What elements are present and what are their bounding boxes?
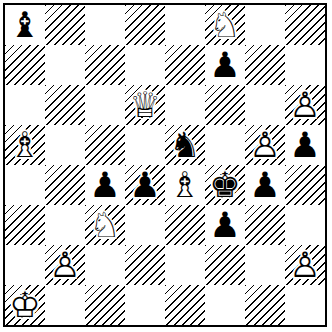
piece-black-pawn-h5: ♟♟	[285, 125, 325, 165]
square-d7[interactable]	[125, 45, 165, 85]
square-a8[interactable]: ♝♝	[5, 5, 45, 45]
square-f5[interactable]	[205, 125, 245, 165]
square-h8[interactable]	[285, 5, 325, 45]
square-a1[interactable]: ♚♔	[5, 285, 45, 325]
square-e3[interactable]	[165, 205, 205, 245]
piece-white-knight-c3: ♞♘	[85, 205, 125, 245]
square-f2[interactable]	[205, 245, 245, 285]
square-g4[interactable]: ♟♟	[245, 165, 285, 205]
square-h2[interactable]: ♟♙	[285, 245, 325, 285]
square-e1[interactable]	[165, 285, 205, 325]
square-b2[interactable]: ♟♙	[45, 245, 85, 285]
square-f7[interactable]: ♟♟	[205, 45, 245, 85]
square-d4[interactable]: ♟♟	[125, 165, 165, 205]
square-d6[interactable]: ♛♕	[125, 85, 165, 125]
square-g6[interactable]	[245, 85, 285, 125]
square-a2[interactable]	[5, 245, 45, 285]
square-g3[interactable]	[245, 205, 285, 245]
piece-black-knight-e5: ♞♞	[165, 125, 205, 165]
square-d3[interactable]	[125, 205, 165, 245]
square-a7[interactable]	[5, 45, 45, 85]
chess-diagram: ♝♝♞♘♟♟♛♕♟♙♝♗♞♞♟♙♟♟♟♟♟♟♝♗♚♚♟♟♞♘♟♟♟♙♟♙♚♔	[3, 3, 327, 327]
square-c7[interactable]	[85, 45, 125, 85]
square-h4[interactable]	[285, 165, 325, 205]
square-a3[interactable]	[5, 205, 45, 245]
piece-white-king-a1: ♚♔	[5, 285, 45, 325]
square-b6[interactable]	[45, 85, 85, 125]
square-e8[interactable]	[165, 5, 205, 45]
square-e4[interactable]: ♝♗	[165, 165, 205, 205]
square-b5[interactable]	[45, 125, 85, 165]
square-e6[interactable]	[165, 85, 205, 125]
square-c4[interactable]: ♟♟	[85, 165, 125, 205]
square-h1[interactable]	[285, 285, 325, 325]
piece-white-knight-f8: ♞♘	[205, 5, 245, 45]
square-d2[interactable]	[125, 245, 165, 285]
piece-black-king-f4: ♚♚	[205, 165, 245, 205]
square-h5[interactable]: ♟♟	[285, 125, 325, 165]
square-b4[interactable]	[45, 165, 85, 205]
piece-white-pawn-h2: ♟♙	[285, 245, 325, 285]
square-g2[interactable]	[245, 245, 285, 285]
square-b7[interactable]	[45, 45, 85, 85]
piece-black-pawn-f7: ♟♟	[205, 45, 245, 85]
square-c3[interactable]: ♞♘	[85, 205, 125, 245]
square-g5[interactable]: ♟♙	[245, 125, 285, 165]
square-d5[interactable]	[125, 125, 165, 165]
square-a4[interactable]	[5, 165, 45, 205]
square-g7[interactable]	[245, 45, 285, 85]
square-e5[interactable]: ♞♞	[165, 125, 205, 165]
square-f6[interactable]	[205, 85, 245, 125]
square-a6[interactable]	[5, 85, 45, 125]
piece-black-bishop-a8: ♝♝	[5, 5, 45, 45]
piece-white-queen-d6: ♛♕	[125, 85, 165, 125]
piece-black-pawn-f3: ♟♟	[205, 205, 245, 245]
piece-white-pawn-h6: ♟♙	[285, 85, 325, 125]
square-g1[interactable]	[245, 285, 285, 325]
square-f1[interactable]	[205, 285, 245, 325]
piece-white-bishop-e4: ♝♗	[165, 165, 205, 205]
square-f3[interactable]: ♟♟	[205, 205, 245, 245]
square-g8[interactable]	[245, 5, 285, 45]
piece-white-pawn-g5: ♟♙	[245, 125, 285, 165]
piece-black-pawn-c4: ♟♟	[85, 165, 125, 205]
piece-white-pawn-b2: ♟♙	[45, 245, 85, 285]
square-e7[interactable]	[165, 45, 205, 85]
square-a5[interactable]: ♝♗	[5, 125, 45, 165]
piece-white-bishop-a5: ♝♗	[5, 125, 45, 165]
square-c2[interactable]	[85, 245, 125, 285]
square-h6[interactable]: ♟♙	[285, 85, 325, 125]
square-c1[interactable]	[85, 285, 125, 325]
square-f4[interactable]: ♚♚	[205, 165, 245, 205]
square-d8[interactable]	[125, 5, 165, 45]
square-b3[interactable]	[45, 205, 85, 245]
piece-black-pawn-d4: ♟♟	[125, 165, 165, 205]
chess-board: ♝♝♞♘♟♟♛♕♟♙♝♗♞♞♟♙♟♟♟♟♟♟♝♗♚♚♟♟♞♘♟♟♟♙♟♙♚♔	[5, 5, 325, 325]
square-b8[interactable]	[45, 5, 85, 45]
square-c8[interactable]	[85, 5, 125, 45]
square-f8[interactable]: ♞♘	[205, 5, 245, 45]
square-b1[interactable]	[45, 285, 85, 325]
square-h7[interactable]	[285, 45, 325, 85]
square-c6[interactable]	[85, 85, 125, 125]
square-d1[interactable]	[125, 285, 165, 325]
square-c5[interactable]	[85, 125, 125, 165]
piece-black-pawn-g4: ♟♟	[245, 165, 285, 205]
square-h3[interactable]	[285, 205, 325, 245]
square-e2[interactable]	[165, 245, 205, 285]
